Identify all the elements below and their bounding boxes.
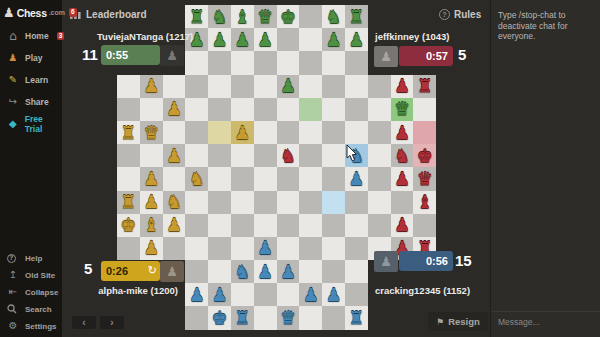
board-square[interactable]: ♛ (254, 5, 277, 28)
board-void (140, 306, 163, 329)
board-square[interactable]: ♞ (185, 167, 208, 190)
board-square[interactable] (322, 144, 345, 167)
board-square[interactable] (277, 167, 300, 190)
board-square[interactable] (277, 283, 300, 306)
board-square[interactable] (185, 237, 208, 260)
help-icon: ? (7, 254, 19, 263)
sidebar-item-settings[interactable]: ⚙ Settings (7, 319, 57, 333)
learn-icon: ✎ (7, 74, 19, 86)
board-square[interactable] (299, 306, 322, 329)
refresh-icon: ↻ (148, 264, 157, 278)
green-pawn[interactable]: ♟ (208, 28, 231, 51)
board-square[interactable] (277, 98, 300, 121)
board-square[interactable] (254, 144, 277, 167)
board-square[interactable] (231, 98, 254, 121)
board-square[interactable]: ♟ (140, 75, 163, 98)
clock-blue: 0:56 (399, 255, 453, 267)
board-square[interactable] (413, 121, 436, 144)
board-square[interactable] (231, 51, 254, 74)
board-square[interactable] (185, 98, 208, 121)
board-square[interactable] (231, 75, 254, 98)
board-void (391, 5, 414, 28)
board-square[interactable] (345, 75, 368, 98)
sidebar-item-label: Play (25, 53, 43, 63)
board-square[interactable] (185, 75, 208, 98)
board-square[interactable] (299, 121, 322, 144)
rules-label: Rules (454, 9, 481, 20)
sidebar: ♟ Chess .com 6 ⌂ Home 3 ♟ Play ✎ Learn ↪… (0, 0, 62, 337)
board-square[interactable] (391, 191, 414, 214)
board-square[interactable]: ♛ (140, 121, 163, 144)
board-square[interactable]: ♟ (391, 167, 414, 190)
board-square[interactable] (368, 214, 391, 237)
player-score-blue: 15 (455, 252, 472, 269)
blue-knight[interactable]: ♞ (345, 144, 368, 167)
sidebar-item-home[interactable]: ⌂ Home 3 (7, 29, 64, 43)
timer-red: 0:57 (399, 46, 453, 66)
timer-blue: 0:56 (399, 251, 453, 271)
red-pawn[interactable]: ♟ (391, 167, 414, 190)
board-square[interactable]: ♟ (277, 75, 300, 98)
board-square[interactable] (299, 98, 322, 121)
board-square[interactable] (163, 121, 186, 144)
red-rook[interactable]: ♜ (413, 75, 436, 98)
chesscom-logo[interactable]: ♟ Chess .com 6 (3, 6, 77, 19)
board-square[interactable] (208, 121, 231, 144)
board-square[interactable]: ♛ (277, 306, 300, 329)
board-square[interactable] (254, 167, 277, 190)
board-void (163, 5, 186, 28)
board-square[interactable] (163, 167, 186, 190)
board-square[interactable] (345, 121, 368, 144)
green-rook[interactable]: ♜ (345, 5, 368, 28)
board-square[interactable]: ♛ (391, 98, 414, 121)
sidebar-item-label: Help (25, 254, 42, 263)
sidebar-item-label: Home (25, 31, 49, 41)
board-square[interactable] (345, 98, 368, 121)
board-square[interactable] (208, 214, 231, 237)
board-square[interactable] (231, 144, 254, 167)
player-name-green[interactable]: TuviejaNTanga (1217) (97, 31, 177, 42)
sidebar-item-label: Search (25, 305, 52, 314)
yellow-queen[interactable]: ♛ (140, 121, 163, 144)
board-square[interactable] (299, 51, 322, 74)
old-site-icon: ↥ (7, 269, 19, 281)
board-square[interactable]: ♟ (391, 214, 414, 237)
board-square[interactable] (368, 98, 391, 121)
blue-pawn[interactable]: ♟ (345, 167, 368, 190)
leaderboard-link[interactable]: Leaderboard (70, 9, 147, 20)
board-square[interactable] (299, 5, 322, 28)
sidebar-item-collapse[interactable]: ⇤ Collapse (7, 285, 58, 299)
board-square[interactable] (231, 237, 254, 260)
board-square[interactable]: ♟ (163, 144, 186, 167)
board-square[interactable]: ♟ (322, 283, 345, 306)
blue-pawn[interactable]: ♟ (254, 260, 277, 283)
board-square[interactable] (345, 214, 368, 237)
board-square[interactable] (254, 98, 277, 121)
player-score-green: 11 (82, 46, 98, 63)
sidebar-item-label: Settings (25, 322, 57, 331)
blue-pawn[interactable]: ♟ (208, 283, 231, 306)
blue-pawn[interactable]: ♟ (254, 237, 277, 260)
board-square[interactable] (185, 144, 208, 167)
board-square[interactable]: ♟ (140, 167, 163, 190)
diamond-icon: ◆ (7, 118, 19, 130)
board-void (368, 306, 391, 329)
board-square[interactable]: ♟ (299, 283, 322, 306)
board-square[interactable]: ♞ (277, 144, 300, 167)
board-square[interactable] (299, 237, 322, 260)
board-square[interactable]: ♟ (208, 28, 231, 51)
blue-knight[interactable]: ♞ (231, 260, 254, 283)
board-square[interactable]: ♟ (345, 28, 368, 51)
board-square[interactable]: ♟ (391, 75, 414, 98)
board-square[interactable] (299, 167, 322, 190)
sidebar-item-share[interactable]: ↪ Share (7, 95, 49, 109)
board-square[interactable] (254, 121, 277, 144)
board-square[interactable] (117, 98, 140, 121)
board-square[interactable]: ♞ (345, 144, 368, 167)
board-square[interactable] (322, 167, 345, 190)
player-name-yellow[interactable]: alpha-mike (1200) (98, 285, 178, 296)
green-pawn[interactable]: ♟ (345, 28, 368, 51)
resign-label: Resign (448, 316, 480, 327)
leaderboard-label: Leaderboard (86, 9, 147, 20)
board-square[interactable]: ♜ (345, 5, 368, 28)
sidebar-item-label: Share (25, 97, 49, 107)
app-window: ♜♞♝♛♚♞♜♟♟♟♟♟♟♟♟♟♜♟♛♜♛♟♟♟♞♞♞♚♟♞♟♟♛♜♟♞♝♚♝♟… (0, 0, 600, 337)
board-square[interactable] (368, 144, 391, 167)
chat-notice: Type /stop-chat to deactivate chat for e… (498, 10, 596, 42)
yellow-pawn[interactable]: ♟ (163, 98, 186, 121)
board-square[interactable] (322, 98, 345, 121)
board-square[interactable]: ♝ (231, 5, 254, 28)
board-square[interactable] (185, 306, 208, 329)
sidebar-item-play[interactable]: ♟ Play (7, 51, 43, 65)
sidebar-item-help[interactable]: ? Help (7, 251, 42, 265)
board-square[interactable] (117, 75, 140, 98)
board-void (368, 5, 391, 28)
yellow-pawn[interactable]: ♟ (140, 191, 163, 214)
board-square[interactable] (208, 191, 231, 214)
blue-rook[interactable]: ♜ (231, 306, 254, 329)
board-square[interactable] (345, 283, 368, 306)
avatar-red[interactable]: ♟ (374, 46, 398, 67)
board-square[interactable] (322, 237, 345, 260)
message-input[interactable] (498, 317, 594, 327)
board-square[interactable]: ♟ (140, 237, 163, 260)
board-square[interactable]: ♞ (322, 5, 345, 28)
board-square[interactable] (208, 144, 231, 167)
yellow-bishop[interactable]: ♝ (140, 214, 163, 237)
avatar-pawn-icon: ♟ (380, 49, 392, 64)
board-square[interactable] (345, 191, 368, 214)
timer-green: 0:55 (101, 45, 160, 65)
player-score-red: 5 (458, 46, 466, 63)
player-name-red[interactable]: jeffkinney (1043) (375, 31, 449, 42)
board-square[interactable]: ♟ (345, 167, 368, 190)
board-square[interactable] (254, 214, 277, 237)
resign-button[interactable]: ⚑ Resign (428, 312, 488, 331)
board-square[interactable] (140, 98, 163, 121)
yellow-pawn[interactable]: ♟ (140, 167, 163, 190)
gear-icon: ⚙ (7, 320, 19, 332)
board-square[interactable]: ♟ (208, 283, 231, 306)
red-king[interactable]: ♚ (413, 144, 436, 167)
yellow-pawn[interactable]: ♟ (163, 214, 186, 237)
board-square[interactable] (368, 167, 391, 190)
board-square[interactable] (299, 214, 322, 237)
board-square[interactable] (299, 75, 322, 98)
board-square[interactable] (322, 191, 345, 214)
board-square[interactable]: ♟ (231, 28, 254, 51)
green-queen[interactable]: ♛ (391, 98, 414, 121)
board-square[interactable] (277, 28, 300, 51)
board-square[interactable]: ♚ (117, 214, 140, 237)
board-square[interactable] (322, 75, 345, 98)
home-icon: ⌂ (7, 30, 19, 42)
green-knight[interactable]: ♞ (322, 5, 345, 28)
avatar-blue[interactable]: ♟ (374, 251, 398, 272)
timer-yellow: 0:26 ↻ (101, 261, 160, 281)
board-square[interactable]: ♟ (322, 28, 345, 51)
green-king[interactable]: ♚ (277, 5, 300, 28)
board-square[interactable] (208, 167, 231, 190)
yellow-rook[interactable]: ♜ (117, 191, 140, 214)
green-pawn[interactable]: ♟ (231, 28, 254, 51)
clock-green: 0:55 (101, 49, 160, 61)
sidebar-item-label: Free Trial (25, 114, 62, 134)
board-square[interactable]: ♞ (231, 260, 254, 283)
yellow-knight[interactable]: ♞ (185, 167, 208, 190)
board-square[interactable] (254, 51, 277, 74)
board-square[interactable]: ♟ (254, 28, 277, 51)
red-bishop[interactable]: ♝ (413, 191, 436, 214)
board-square[interactable] (163, 237, 186, 260)
board-square[interactable] (368, 121, 391, 144)
pawn-logo-icon: ♟ (3, 6, 15, 19)
board-square[interactable]: ♝ (140, 214, 163, 237)
avatar-pawn-icon: ♟ (380, 254, 392, 269)
board-square[interactable]: ♚ (208, 306, 231, 329)
question-circle-icon: ? (439, 9, 450, 20)
board-square[interactable]: ♜ (231, 306, 254, 329)
board-square[interactable]: ♜ (117, 121, 140, 144)
board-square[interactable] (185, 214, 208, 237)
board-square[interactable]: ♟ (185, 283, 208, 306)
yellow-pawn[interactable]: ♟ (140, 75, 163, 98)
board-square[interactable] (208, 98, 231, 121)
board-square[interactable]: ♞ (208, 5, 231, 28)
green-queen[interactable]: ♛ (254, 5, 277, 28)
play-icon: ♟ (7, 52, 19, 64)
board-square[interactable] (208, 51, 231, 74)
green-bishop[interactable]: ♝ (231, 5, 254, 28)
board-square[interactable] (185, 191, 208, 214)
green-knight[interactable]: ♞ (208, 5, 231, 28)
board-square[interactable]: ♚ (277, 5, 300, 28)
board-square[interactable] (322, 51, 345, 74)
avatar-pawn-icon: ♟ (166, 264, 178, 279)
board-square[interactable]: ♟ (254, 237, 277, 260)
sidebar-item-label: Collapse (25, 288, 58, 297)
sidebar-item-learn[interactable]: ✎ Learn (7, 73, 48, 87)
blue-pawn[interactable]: ♟ (299, 283, 322, 306)
board-square[interactable] (322, 306, 345, 329)
sidebar-item-label: Learn (25, 75, 48, 85)
red-pawn[interactable]: ♟ (391, 121, 414, 144)
clock-red: 0:57 (399, 50, 453, 62)
avatar-pawn-icon: ♟ (166, 48, 178, 63)
board-square[interactable] (163, 75, 186, 98)
board-square[interactable] (208, 75, 231, 98)
green-pawn[interactable]: ♟ (322, 28, 345, 51)
avatar-yellow[interactable]: ♟ (160, 261, 184, 282)
avatar-green[interactable]: ♟ (160, 45, 184, 66)
search-icon (7, 304, 19, 314)
board-square[interactable] (254, 191, 277, 214)
chat-panel: Type /stop-chat to deactivate chat for e… (490, 0, 600, 337)
board-square[interactable] (368, 75, 391, 98)
board-square[interactable] (231, 283, 254, 306)
rules-link[interactable]: ? Rules (439, 9, 481, 20)
board-square[interactable] (231, 214, 254, 237)
board-square[interactable] (299, 191, 322, 214)
board-void (391, 306, 414, 329)
yellow-pawn[interactable]: ♟ (140, 237, 163, 260)
next-move-button[interactable]: › (100, 316, 124, 329)
home-badge: 3 (57, 32, 65, 41)
board-square[interactable] (277, 121, 300, 144)
red-knight[interactable]: ♞ (391, 144, 414, 167)
board-square[interactable] (299, 260, 322, 283)
blue-pawn[interactable]: ♟ (277, 260, 300, 283)
sidebar-item-old-site[interactable]: ↥ Old Site (7, 268, 55, 282)
sidebar-item-free-trial[interactable]: ◆ Free Trial (7, 117, 62, 131)
board-square[interactable]: ♞ (163, 191, 186, 214)
board-square[interactable] (413, 214, 436, 237)
board-square[interactable] (117, 237, 140, 260)
board-square[interactable] (345, 237, 368, 260)
board-square[interactable] (322, 260, 345, 283)
board-square[interactable]: ♜ (413, 75, 436, 98)
yellow-rook[interactable]: ♜ (117, 121, 140, 144)
board-square[interactable] (345, 260, 368, 283)
board-square[interactable]: ♞ (391, 144, 414, 167)
player-name-blue[interactable]: cracking12345 (1152) (375, 285, 470, 296)
sidebar-item-search[interactable]: Search (7, 302, 52, 316)
green-pawn[interactable]: ♟ (254, 28, 277, 51)
collapse-icon: ⇤ (7, 286, 19, 298)
green-rook[interactable]: ♜ (185, 5, 208, 28)
brand-com-text: .com (49, 9, 65, 16)
board-square[interactable]: ♟ (277, 260, 300, 283)
board-square[interactable]: ♜ (345, 306, 368, 329)
board-square[interactable] (140, 144, 163, 167)
player-score-yellow: 5 (84, 260, 92, 277)
sidebar-item-label: Old Site (25, 271, 55, 280)
chat-input-area (491, 311, 600, 337)
blue-queen[interactable]: ♛ (277, 306, 300, 329)
notification-badge: 6 (69, 8, 77, 17)
board-square[interactable] (277, 237, 300, 260)
board-square[interactable] (254, 75, 277, 98)
board-square[interactable]: ♝ (413, 191, 436, 214)
board-square[interactable] (345, 51, 368, 74)
board-square[interactable]: ♟ (231, 121, 254, 144)
board-square[interactable]: ♟ (254, 260, 277, 283)
red-pawn[interactable]: ♟ (391, 214, 414, 237)
board-square[interactable]: ♜ (185, 5, 208, 28)
yellow-king[interactable]: ♚ (117, 214, 140, 237)
blue-rook[interactable]: ♜ (345, 306, 368, 329)
board-square[interactable] (231, 167, 254, 190)
board-square[interactable]: ♟ (140, 191, 163, 214)
green-pawn[interactable]: ♟ (277, 75, 300, 98)
brand-text: Chess (17, 7, 47, 19)
yellow-pawn[interactable]: ♟ (163, 144, 186, 167)
blue-pawn[interactable]: ♟ (322, 283, 345, 306)
yellow-knight[interactable]: ♞ (163, 191, 186, 214)
red-pawn[interactable]: ♟ (391, 75, 414, 98)
share-icon: ↪ (7, 96, 19, 108)
board-square[interactable] (117, 144, 140, 167)
board-square[interactable] (231, 191, 254, 214)
board-square[interactable] (185, 51, 208, 74)
board-square[interactable]: ♚ (413, 144, 436, 167)
blue-king[interactable]: ♚ (208, 306, 231, 329)
yellow-pawn[interactable]: ♟ (231, 121, 254, 144)
board-void (413, 5, 436, 28)
board-square[interactable] (368, 191, 391, 214)
board-square[interactable] (185, 121, 208, 144)
flag-icon: ⚑ (436, 317, 444, 327)
board-square[interactable]: ♛ (413, 167, 436, 190)
board-square[interactable] (254, 283, 277, 306)
board-square[interactable] (299, 28, 322, 51)
board-square[interactable] (208, 260, 231, 283)
board-square[interactable] (322, 121, 345, 144)
board-square[interactable] (299, 144, 322, 167)
board-square[interactable] (185, 260, 208, 283)
board-square[interactable]: ♜ (117, 191, 140, 214)
board-square[interactable] (208, 237, 231, 260)
board-square[interactable]: ♟ (163, 98, 186, 121)
board-void (163, 306, 186, 329)
blue-pawn[interactable]: ♟ (185, 283, 208, 306)
red-knight[interactable]: ♞ (277, 144, 300, 167)
board-square[interactable] (413, 98, 436, 121)
board-square[interactable] (277, 191, 300, 214)
board-square[interactable] (322, 214, 345, 237)
board-square[interactable]: ♟ (391, 121, 414, 144)
board-square[interactable] (117, 167, 140, 190)
prev-move-button[interactable]: ‹ (72, 316, 96, 329)
red-queen[interactable]: ♛ (413, 167, 436, 190)
board-square[interactable] (254, 306, 277, 329)
board-square[interactable] (277, 51, 300, 74)
board-square[interactable] (277, 214, 300, 237)
board-square[interactable]: ♟ (163, 214, 186, 237)
